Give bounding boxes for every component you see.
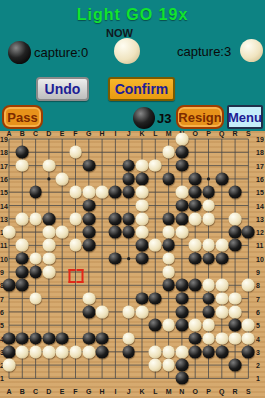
row-label: 7 — [256, 295, 260, 302]
white-stone — [96, 186, 109, 199]
row-label: 8 — [256, 282, 260, 289]
black-stone — [29, 186, 42, 199]
col-label: H — [100, 388, 105, 395]
row-label: 14 — [256, 202, 264, 209]
black-stone — [242, 226, 255, 239]
white-player-stone-icon — [240, 39, 263, 62]
row-label: 7 — [0, 295, 4, 302]
black-stone — [215, 172, 228, 185]
black-stone — [162, 279, 175, 292]
black-stone — [82, 239, 95, 252]
row-label: 1 — [0, 375, 4, 382]
white-stone — [82, 186, 95, 199]
go-board[interactable]: AABBCCDDEEFFGGHHIIJJKKLLMMNNOOPPQQRRSS19… — [0, 131, 265, 398]
black-stone — [189, 252, 202, 265]
row-label: 5 — [256, 322, 260, 329]
white-stone — [202, 332, 215, 345]
last-move-stone-icon — [133, 107, 155, 129]
col-label: R — [233, 130, 238, 137]
white-stone — [229, 305, 242, 318]
last-move-label: J3 — [157, 111, 171, 126]
col-label: I — [114, 130, 116, 137]
row-label: 18 — [256, 149, 264, 156]
white-stone — [42, 345, 55, 358]
white-stone — [56, 226, 69, 239]
black-stone — [162, 212, 175, 225]
white-stone — [162, 319, 175, 332]
row-label: 15 — [0, 189, 8, 196]
col-label: A — [6, 388, 11, 395]
black-stone — [175, 359, 188, 372]
row-label: 18 — [0, 149, 8, 156]
white-stone — [189, 239, 202, 252]
row-label: 9 — [0, 269, 4, 276]
black-stone — [229, 359, 242, 372]
white-stone — [229, 292, 242, 305]
white-stone — [215, 305, 228, 318]
white-stone — [82, 292, 95, 305]
white-stone — [175, 345, 188, 358]
row-label: 9 — [256, 269, 260, 276]
black-stone — [229, 186, 242, 199]
row-label: 13 — [256, 215, 264, 222]
black-stone — [136, 292, 149, 305]
white-stone — [162, 359, 175, 372]
black-stone — [82, 332, 95, 345]
black-stone — [229, 226, 242, 239]
col-label: N — [179, 388, 184, 395]
row-label: 14 — [0, 202, 8, 209]
black-stone — [189, 345, 202, 358]
black-stone — [175, 279, 188, 292]
black-stone — [175, 372, 188, 385]
col-label: S — [246, 388, 251, 395]
col-label: M — [166, 130, 172, 137]
col-label: E — [60, 130, 65, 137]
col-label: D — [46, 130, 51, 137]
white-stone — [16, 345, 29, 358]
turn-indicator-label: NOW — [92, 27, 147, 39]
white-stone — [29, 292, 42, 305]
row-label: 19 — [256, 136, 264, 143]
row-label: 16 — [0, 175, 8, 182]
black-stone — [162, 239, 175, 252]
white-stone — [242, 279, 255, 292]
white-stone — [82, 345, 95, 358]
white-stone — [175, 226, 188, 239]
white-stone — [56, 172, 69, 185]
row-label: 17 — [256, 162, 264, 169]
row-label: 11 — [256, 242, 263, 249]
black-stone — [242, 345, 255, 358]
white-stone — [162, 146, 175, 159]
white-stone — [16, 159, 29, 172]
black-stone — [109, 212, 122, 225]
confirm-button[interactable]: Confirm — [108, 77, 175, 101]
black-stone — [136, 172, 149, 185]
black-stone — [202, 345, 215, 358]
black-stone — [3, 345, 16, 358]
white-stone — [162, 266, 175, 279]
white-stone — [175, 133, 188, 146]
black-stone — [42, 212, 55, 225]
row-label: 1 — [256, 375, 260, 382]
white-stone — [29, 212, 42, 225]
col-label: I — [114, 388, 116, 395]
row-label: 2 — [256, 362, 260, 369]
white-stone — [29, 345, 42, 358]
col-label: R — [233, 388, 238, 395]
white-stone — [42, 266, 55, 279]
black-stone — [229, 239, 242, 252]
white-stone — [29, 252, 42, 265]
white-stone — [3, 359, 16, 372]
col-label: C — [33, 130, 38, 137]
row-label: 16 — [256, 175, 264, 182]
white-stone — [136, 186, 149, 199]
row-label: 5 — [0, 322, 4, 329]
white-stone — [69, 345, 82, 358]
row-label: 6 — [256, 308, 260, 315]
white-stone — [16, 239, 29, 252]
col-label: L — [153, 388, 157, 395]
black-stone — [96, 332, 109, 345]
black-stone — [175, 319, 188, 332]
black-stone — [202, 305, 215, 318]
white-stone — [69, 239, 82, 252]
col-label: K — [139, 388, 144, 395]
black-stone — [162, 172, 175, 185]
white-stone — [16, 212, 29, 225]
black-stone — [122, 212, 135, 225]
white-stone — [162, 252, 175, 265]
black-stone — [122, 172, 135, 185]
black-stone — [109, 186, 122, 199]
col-label: F — [73, 388, 77, 395]
white-stone — [3, 226, 16, 239]
row-label: 13 — [0, 215, 8, 222]
white-stone — [215, 239, 228, 252]
black-stone — [16, 146, 29, 159]
black-stone — [82, 159, 95, 172]
marked-point — [68, 269, 83, 283]
black-stone — [82, 226, 95, 239]
row-label: 4 — [256, 335, 260, 342]
black-stone — [29, 266, 42, 279]
go-app-window: Light GO 19x NOW capture:0 capture:3 Und… — [0, 0, 265, 398]
white-stone — [149, 159, 162, 172]
col-label: M — [166, 388, 172, 395]
undo-button[interactable]: Undo — [36, 77, 89, 101]
row-label: 19 — [0, 136, 8, 143]
pass-button[interactable]: Pass — [2, 105, 43, 129]
white-stone — [136, 199, 149, 212]
black-stone — [3, 279, 16, 292]
white-stone — [215, 332, 228, 345]
white-stone — [162, 345, 175, 358]
black-stone — [122, 226, 135, 239]
black-stone — [109, 252, 122, 265]
white-stone — [42, 159, 55, 172]
black-stone — [149, 292, 162, 305]
black-stone — [202, 186, 215, 199]
row-label: 12 — [256, 229, 264, 236]
black-player-stone-icon — [8, 41, 31, 64]
col-label: J — [127, 130, 131, 137]
menu-button[interactable]: Menu — [227, 105, 263, 129]
white-stone — [69, 186, 82, 199]
black-stone — [16, 252, 29, 265]
white-stone — [149, 359, 162, 372]
black-stone — [175, 212, 188, 225]
col-label: K — [139, 130, 144, 137]
black-stone — [3, 332, 16, 345]
resign-button[interactable]: Resign — [176, 105, 224, 129]
col-label: P — [206, 130, 211, 137]
col-label: S — [246, 130, 251, 137]
col-label: G — [86, 130, 91, 137]
white-stone — [202, 199, 215, 212]
col-label: C — [33, 388, 38, 395]
black-stone — [189, 199, 202, 212]
black-stone — [136, 239, 149, 252]
white-stone — [189, 319, 202, 332]
white-stone — [162, 226, 175, 239]
black-stone — [96, 345, 109, 358]
black-stone — [29, 332, 42, 345]
black-stone — [202, 292, 215, 305]
white-stone — [189, 212, 202, 225]
row-label: 17 — [0, 162, 8, 169]
black-stone — [82, 212, 95, 225]
black-stone — [175, 292, 188, 305]
row-label: 11 — [0, 242, 7, 249]
col-label: O — [192, 388, 197, 395]
white-stone — [136, 305, 149, 318]
white-stone — [229, 332, 242, 345]
col-label: H — [100, 130, 105, 137]
black-stone — [56, 332, 69, 345]
white-stone — [202, 319, 215, 332]
black-stone — [229, 319, 242, 332]
black-stone — [122, 345, 135, 358]
black-stone — [16, 279, 29, 292]
col-label: J — [127, 388, 131, 395]
black-stone — [189, 186, 202, 199]
white-stone — [202, 239, 215, 252]
row-label: 3 — [256, 348, 260, 355]
black-stone — [16, 332, 29, 345]
col-label: D — [46, 388, 51, 395]
black-stone — [215, 252, 228, 265]
white-stone — [202, 279, 215, 292]
white-stone — [215, 292, 228, 305]
col-label: Q — [219, 130, 224, 137]
row-label: 6 — [0, 308, 4, 315]
white-stone — [136, 226, 149, 239]
black-capture-count: capture:0 — [34, 45, 88, 60]
black-stone — [189, 172, 202, 185]
white-stone — [42, 252, 55, 265]
app-title: Light GO 19x — [0, 6, 265, 24]
row-label: 10 — [256, 255, 264, 262]
white-stone — [202, 212, 215, 225]
col-label: B — [20, 130, 25, 137]
black-stone — [175, 146, 188, 159]
white-stone — [136, 159, 149, 172]
black-stone — [122, 186, 135, 199]
white-stone — [69, 212, 82, 225]
white-stone — [122, 305, 135, 318]
black-stone — [215, 345, 228, 358]
white-stone — [96, 305, 109, 318]
white-stone — [42, 239, 55, 252]
col-label: P — [206, 388, 211, 395]
col-label: O — [192, 130, 197, 137]
black-stone — [122, 159, 135, 172]
white-stone — [136, 212, 149, 225]
white-stone — [175, 186, 188, 199]
white-stone — [242, 319, 255, 332]
black-stone — [16, 266, 29, 279]
black-stone — [42, 332, 55, 345]
black-stone — [175, 199, 188, 212]
white-stone — [149, 239, 162, 252]
black-stone — [175, 159, 188, 172]
black-stone — [149, 319, 162, 332]
white-stone — [69, 146, 82, 159]
white-stone — [122, 332, 135, 345]
black-stone — [82, 305, 95, 318]
white-stone — [149, 345, 162, 358]
black-stone — [82, 199, 95, 212]
black-stone — [202, 252, 215, 265]
white-capture-count: capture:3 — [177, 44, 231, 59]
row-label: 10 — [0, 255, 8, 262]
white-stone — [56, 345, 69, 358]
black-stone — [189, 332, 202, 345]
row-label: 15 — [256, 189, 264, 196]
black-stone — [189, 279, 202, 292]
col-label: Q — [219, 388, 224, 395]
col-label: B — [20, 388, 25, 395]
black-stone — [109, 226, 122, 239]
black-stone — [175, 305, 188, 318]
white-stone — [42, 226, 55, 239]
white-stone — [242, 332, 255, 345]
col-label: L — [153, 130, 157, 137]
col-label: E — [60, 388, 65, 395]
white-turn-stone-icon — [114, 38, 140, 64]
col-label: F — [73, 130, 77, 137]
white-stone — [215, 279, 228, 292]
white-stone — [229, 212, 242, 225]
col-label: G — [86, 388, 91, 395]
black-stone — [136, 252, 149, 265]
